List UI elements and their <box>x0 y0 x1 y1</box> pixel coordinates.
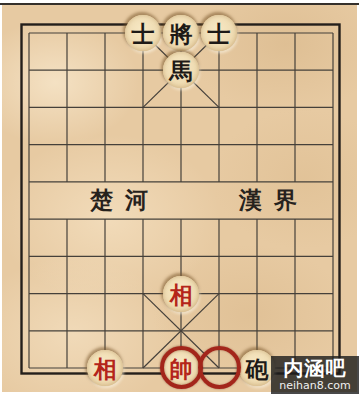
watermark-site-url: neihan8.com <box>271 380 359 392</box>
piece-black-cannon-g1[interactable]: 砲 <box>239 350 275 386</box>
piece-red-elephant-e3[interactable]: 相 <box>163 276 199 312</box>
piece-black-advisor-d10[interactable]: 士 <box>125 15 161 51</box>
piece-red-elephant-c1[interactable]: 相 <box>87 350 123 386</box>
watermark-site-name: 内涵吧 <box>271 356 359 380</box>
watermark: 内涵吧 neihan8.com <box>271 356 359 394</box>
river-label-han-jie: 漢界 <box>239 188 309 212</box>
piece-black-horse-e9[interactable]: 馬 <box>163 52 199 88</box>
piece-black-general-e10[interactable]: 將 <box>163 15 199 51</box>
piece-black-advisor-f10[interactable]: 士 <box>201 15 237 51</box>
piece-red-general-e1[interactable]: 帥 <box>163 350 199 386</box>
xiangqi-board-screenshot: 楚河 漢界 士將士馬相相帥砲 内涵吧 neihan8.com <box>0 0 359 401</box>
river-label-chu-he: 楚河 <box>90 188 160 212</box>
